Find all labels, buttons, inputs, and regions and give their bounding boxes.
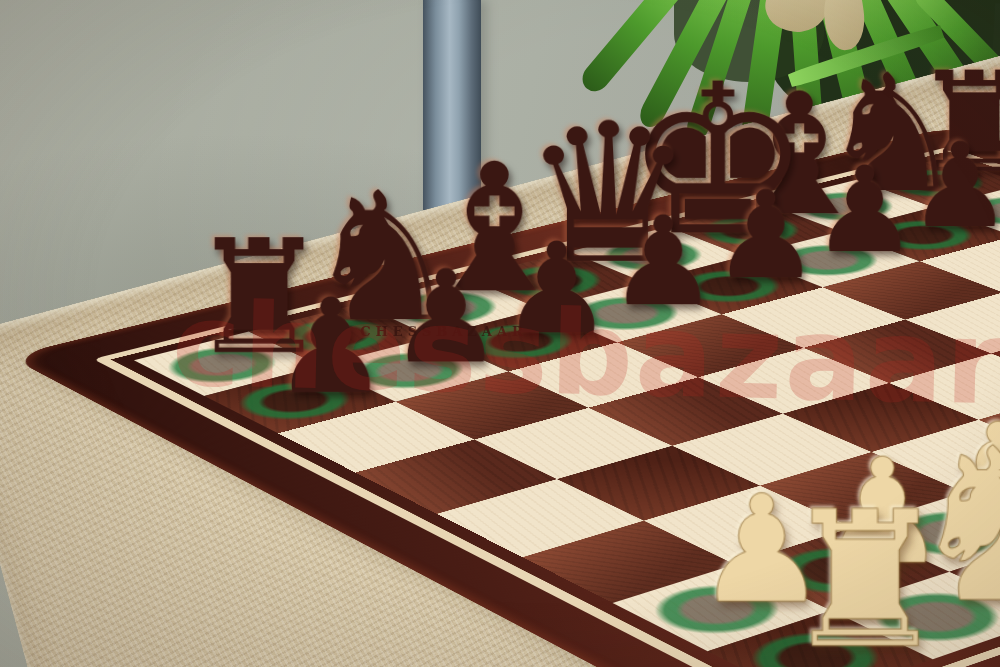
large-watermark: chessbazaar <box>171 277 1000 431</box>
white-rook-a1[interactable]: ♜ <box>781 486 943 667</box>
chess-set-product-photo: ♜♞♝♛♚♝♞♜♟♟♟♟♟♟♟♟♟♟♟♟♟♟♟♟♜♞♝♛♚♝♞♜ CHESSBA… <box>0 0 1000 667</box>
